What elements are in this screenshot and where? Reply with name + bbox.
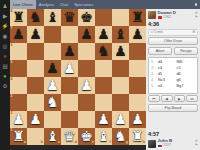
bottom-report-flag-icon[interactable]: ⚑ xyxy=(195,144,198,148)
piece-white-bishop[interactable]: ♝ xyxy=(44,128,61,145)
rank-label: 6 xyxy=(11,44,13,48)
square-a8[interactable]: 8♜ xyxy=(10,9,27,26)
square-a2[interactable]: 2♟ xyxy=(10,111,27,128)
report-flag-icon[interactable]: ⚑ xyxy=(195,16,198,20)
tabbar-tabs: Live ChessAnalysisChatSpectators xyxy=(10,0,96,9)
top-player-avatar[interactable] xyxy=(148,11,156,19)
piece-black-pawn[interactable]: ♟ xyxy=(78,26,95,43)
game-panel: Duwan D 1362 ⚙ ⚑ 4:36 ⏱ 5 min ⚙ Offer Dr… xyxy=(146,9,200,150)
piece-black-pawn[interactable]: ♟ xyxy=(61,43,78,60)
bottom-player-flag-icon xyxy=(158,145,163,148)
square-a3[interactable]: 3 xyxy=(10,94,27,111)
square-g2[interactable]: ♟ xyxy=(112,111,129,128)
piece-white-pawn[interactable]: ♟ xyxy=(44,77,61,94)
piece-black-bishop[interactable]: ♝ xyxy=(112,26,129,43)
square-d3[interactable] xyxy=(61,94,78,111)
square-g7[interactable]: ♝ xyxy=(112,26,129,43)
time-control-label: 5 min xyxy=(154,30,163,34)
piece-white-knight[interactable]: ♞ xyxy=(112,128,129,145)
square-b6[interactable] xyxy=(27,43,44,60)
rank-label: 3 xyxy=(11,95,13,99)
friends-icon[interactable]: ● xyxy=(0,71,10,81)
square-a6[interactable]: 6 xyxy=(10,43,27,60)
square-a4[interactable]: 4 xyxy=(10,77,27,94)
top-player-row: Duwan D 1362 ⚙ ⚑ xyxy=(148,11,198,20)
move-list: 1.d4Nf62.c4c53.d5d64.Nc3g65.e4Bg7 xyxy=(148,57,198,94)
piece-black-rook[interactable]: ♜ xyxy=(129,9,146,26)
square-e2[interactable] xyxy=(78,111,95,128)
square-c8[interactable]: ♝ xyxy=(44,9,61,26)
square-h1[interactable]: h♜ xyxy=(129,128,146,145)
square-b5[interactable] xyxy=(27,60,44,77)
piece-white-queen[interactable]: ♛ xyxy=(61,128,78,145)
tab-live-chess[interactable]: Live Chess xyxy=(10,0,36,9)
square-f3[interactable] xyxy=(95,94,112,111)
square-h5[interactable] xyxy=(129,60,146,77)
square-f7[interactable]: ♟ xyxy=(95,26,112,43)
square-d2[interactable] xyxy=(61,111,78,128)
rank-label: 4 xyxy=(11,78,13,82)
learn-icon[interactable]: ◉ xyxy=(0,31,10,41)
square-d4[interactable] xyxy=(61,77,78,94)
square-f8[interactable] xyxy=(95,9,112,26)
square-c6[interactable] xyxy=(44,43,61,60)
black-move[interactable]: Bg7 xyxy=(177,83,196,89)
square-f6[interactable]: ♞ xyxy=(95,43,112,60)
chess-board: 8♜♞♝♛♚♜7♟♟♟♟♝♟6♟♞♟5♟♟4♟♟3♞2♟♟♟♟♟1a♜bc♝d♛… xyxy=(10,9,146,145)
piece-black-bishop[interactable]: ♝ xyxy=(44,9,61,26)
piece-white-rook[interactable]: ♜ xyxy=(129,128,146,145)
square-h4[interactable] xyxy=(129,77,146,94)
square-b4[interactable] xyxy=(27,77,44,94)
square-h7[interactable]: ♟ xyxy=(129,26,146,43)
square-c4[interactable]: ♟ xyxy=(44,77,61,94)
tab-analysis[interactable]: Analysis xyxy=(36,0,57,9)
square-a1[interactable]: 1a♜ xyxy=(10,128,27,145)
square-b3[interactable] xyxy=(27,94,44,111)
square-d1[interactable]: d♛ xyxy=(61,128,78,145)
top-player-flag-icon xyxy=(158,16,163,19)
move-row: 5.e4Bg7 xyxy=(149,83,197,89)
news-icon[interactable]: ▤ xyxy=(0,61,10,71)
rank-label: 5 xyxy=(11,61,13,65)
piece-black-pawn[interactable]: ♟ xyxy=(112,43,129,60)
piece-white-knight[interactable]: ♞ xyxy=(44,94,61,111)
square-e3[interactable] xyxy=(78,94,95,111)
square-c2[interactable] xyxy=(44,111,61,128)
top-player-rating: 1362 xyxy=(163,16,171,20)
flip-board-button[interactable]: Flip Board xyxy=(148,104,198,112)
square-b7[interactable]: ♟ xyxy=(27,26,44,43)
resign-button[interactable]: Resign xyxy=(174,47,198,55)
square-g1[interactable]: g♞ xyxy=(112,128,129,145)
piece-black-pawn[interactable]: ♟ xyxy=(27,26,44,43)
piece-white-pawn[interactable]: ♟ xyxy=(95,111,112,128)
square-b1[interactable]: b xyxy=(27,128,44,145)
piece-white-pawn[interactable]: ♟ xyxy=(129,111,146,128)
square-c7[interactable] xyxy=(44,26,61,43)
piece-white-rook[interactable]: ♜ xyxy=(10,128,27,145)
piece-white-king[interactable]: ♚ xyxy=(78,128,95,145)
piece-black-pawn[interactable]: ♟ xyxy=(44,60,61,77)
bottom-player-rating: 1327 xyxy=(163,144,171,148)
square-g6[interactable]: ♟ xyxy=(112,43,129,60)
piece-white-pawn[interactable]: ♟ xyxy=(27,111,44,128)
square-e8[interactable]: ♚ xyxy=(78,9,95,26)
piece-white-pawn[interactable]: ♟ xyxy=(61,60,78,77)
move-number: 5. xyxy=(151,83,158,89)
square-e1[interactable]: e♚ xyxy=(78,128,95,145)
sidebar: ♟▶⚡◉◎●▤●⚙ xyxy=(0,0,10,150)
piece-black-pawn[interactable]: ♟ xyxy=(95,26,112,43)
piece-black-knight[interactable]: ♞ xyxy=(27,9,44,26)
clock-icon: ⏱ xyxy=(151,30,154,34)
settings-icon[interactable]: ⚙ xyxy=(0,81,10,91)
square-d5[interactable]: ♟ xyxy=(61,60,78,77)
square-a7[interactable]: 7♟ xyxy=(10,26,27,43)
puzzles-icon[interactable]: ⚡ xyxy=(0,21,10,31)
piece-black-pawn[interactable]: ♟ xyxy=(10,26,27,43)
menu-dot-icon[interactable] xyxy=(195,3,198,6)
square-c3[interactable]: ♞ xyxy=(44,94,61,111)
square-e4[interactable]: ♟ xyxy=(78,77,95,94)
square-f4[interactable] xyxy=(95,77,112,94)
file-label: b xyxy=(41,141,43,145)
piece-black-queen[interactable]: ♛ xyxy=(61,9,78,26)
nav-next-button[interactable]: ▶ xyxy=(174,95,186,102)
square-f5[interactable] xyxy=(95,60,112,77)
square-c1[interactable]: c♝ xyxy=(44,128,61,145)
square-b8[interactable]: ♞ xyxy=(27,9,44,26)
bottom-player-clock: 4:57 xyxy=(148,131,198,137)
piece-black-pawn[interactable]: ♟ xyxy=(129,26,146,43)
square-g5[interactable] xyxy=(112,60,129,77)
square-f1[interactable]: f♝ xyxy=(95,128,112,145)
tabbar: Live ChessAnalysisChatSpectators xyxy=(10,0,200,9)
nav-prev-button[interactable]: ◀ xyxy=(161,95,173,102)
app-window: ♟▶⚡◉◎●▤●⚙ Live ChessAnalysisChatSpectato… xyxy=(0,0,200,150)
square-d6[interactable]: ♟ xyxy=(61,43,78,60)
nav-last-button[interactable]: ⏭ xyxy=(186,95,198,102)
watch-icon[interactable]: ◎ xyxy=(0,41,10,51)
bottom-player-avatar[interactable] xyxy=(148,140,156,148)
square-d7[interactable] xyxy=(61,26,78,43)
square-h3[interactable] xyxy=(129,94,146,111)
piece-black-rook[interactable]: ♜ xyxy=(10,9,27,26)
piece-black-king[interactable]: ♚ xyxy=(78,9,95,26)
square-g3[interactable] xyxy=(112,94,129,111)
time-control-chip: ⏱ 5 min ⚙ xyxy=(148,29,198,36)
alert-icon[interactable]: ● xyxy=(0,51,10,61)
white-move[interactable]: e4 xyxy=(158,83,177,89)
chip-gear-icon[interactable]: ⚙ xyxy=(192,30,195,34)
square-f2[interactable]: ♟ xyxy=(95,111,112,128)
piece-black-knight[interactable]: ♞ xyxy=(95,43,112,60)
square-h2[interactable]: ♟ xyxy=(129,111,146,128)
square-e6[interactable] xyxy=(78,43,95,60)
play-icon[interactable]: ▶ xyxy=(0,11,10,21)
offer-draw-button[interactable]: Offer Draw xyxy=(148,37,198,45)
square-c5[interactable]: ♟ xyxy=(44,60,61,77)
top-player-clock: 4:36 xyxy=(148,21,198,27)
move-nav: ⏮◀▶⏭ xyxy=(148,95,198,102)
nav-first-button[interactable]: ⏮ xyxy=(148,95,160,102)
piece-white-bishop[interactable]: ♝ xyxy=(95,128,112,145)
square-e5[interactable] xyxy=(78,60,95,77)
square-d8[interactable]: ♛ xyxy=(61,9,78,26)
tab-chat[interactable]: Chat xyxy=(57,0,71,9)
piece-white-pawn[interactable]: ♟ xyxy=(78,77,95,94)
square-g8[interactable] xyxy=(112,9,129,26)
piece-white-pawn[interactable]: ♟ xyxy=(112,111,129,128)
square-b2[interactable]: ♟ xyxy=(27,111,44,128)
square-g4[interactable] xyxy=(112,77,129,94)
square-h8[interactable]: ♜ xyxy=(129,9,146,26)
tab-spectators[interactable]: Spectators xyxy=(71,0,96,9)
logo-pawn-icon[interactable]: ♟ xyxy=(0,1,10,11)
square-e7[interactable]: ♟ xyxy=(78,26,95,43)
square-a5[interactable]: 5 xyxy=(10,60,27,77)
piece-white-pawn[interactable]: ♟ xyxy=(10,111,27,128)
abort-button[interactable]: Abort xyxy=(148,47,172,55)
square-h6[interactable] xyxy=(129,43,146,60)
bottom-player-row: John B 1327 ⚙ ⚑ xyxy=(148,139,198,148)
